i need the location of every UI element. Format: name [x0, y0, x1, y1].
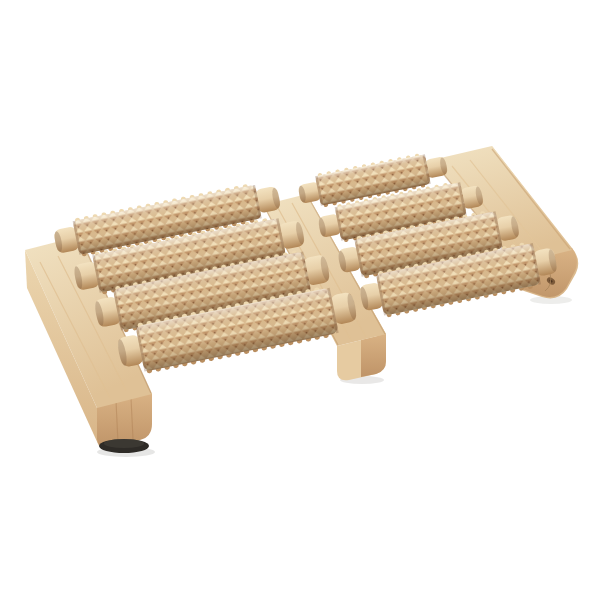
product-photo: Wooden dual foot massage roller: a natur…	[0, 0, 600, 600]
massager-illustration: Wooden dual foot massage roller: a natur…	[0, 0, 600, 600]
rubber-foot-pad-top	[104, 439, 144, 448]
middle-rail-foot-end-grain	[361, 334, 386, 377]
